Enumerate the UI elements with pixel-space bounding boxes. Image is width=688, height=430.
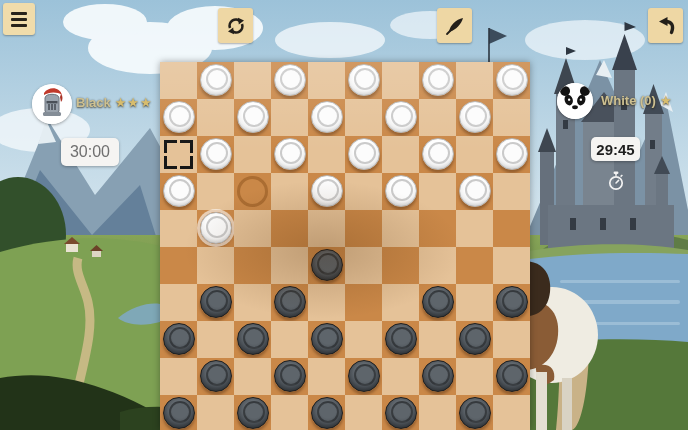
light-square (493, 247, 530, 284)
white-piece[interactable] (311, 101, 343, 133)
black-piece[interactable] (274, 360, 306, 392)
light-square (308, 62, 345, 99)
dark-square[interactable] (493, 62, 530, 99)
white-piece[interactable] (385, 101, 417, 133)
dark-square[interactable] (271, 284, 308, 321)
stopwatch-icon (607, 171, 625, 191)
dark-square[interactable] (234, 247, 271, 284)
light-square (493, 173, 530, 210)
white-piece[interactable] (163, 101, 195, 133)
dark-square[interactable] (382, 395, 419, 430)
dark-square[interactable] (456, 321, 493, 358)
undo-button[interactable] (648, 8, 683, 43)
panda-icon (557, 83, 593, 119)
dark-square[interactable] (419, 284, 456, 321)
dark-square[interactable] (345, 284, 382, 321)
dark-square[interactable] (345, 136, 382, 173)
light-square (234, 62, 271, 99)
light-square (160, 136, 197, 173)
black-piece[interactable] (163, 397, 195, 429)
swap-sides-button[interactable] (218, 8, 253, 43)
light-square (382, 284, 419, 321)
light-square (197, 247, 234, 284)
white-player-name: White (0) (601, 93, 656, 108)
black-piece[interactable] (422, 286, 454, 318)
black-piece[interactable] (385, 397, 417, 429)
white-player-avatar[interactable] (557, 83, 593, 119)
white-piece[interactable] (200, 138, 232, 170)
dark-square[interactable] (382, 173, 419, 210)
white-piece[interactable] (348, 138, 380, 170)
menu-button[interactable] (3, 3, 35, 35)
dark-square[interactable] (419, 358, 456, 395)
checkers-board (160, 62, 530, 430)
light-square (382, 62, 419, 99)
knight-helmet-icon (32, 84, 72, 124)
dark-square[interactable] (382, 247, 419, 284)
black-player-name: Black (76, 95, 111, 110)
dark-square[interactable] (308, 247, 345, 284)
light-square (456, 62, 493, 99)
black-player-stars: ★★★ (115, 95, 153, 110)
light-square (493, 99, 530, 136)
light-square (345, 321, 382, 358)
light-square (456, 358, 493, 395)
light-square (456, 136, 493, 173)
dark-square[interactable] (197, 210, 234, 247)
light-square (419, 321, 456, 358)
light-square (234, 284, 271, 321)
white-piece[interactable] (422, 138, 454, 170)
dark-square[interactable] (160, 321, 197, 358)
light-square (456, 284, 493, 321)
light-square (271, 321, 308, 358)
white-piece[interactable] (496, 138, 528, 170)
white-player-label: White (0)★ (601, 93, 673, 108)
light-square (271, 99, 308, 136)
light-square (308, 210, 345, 247)
light-square (419, 395, 456, 430)
black-piece[interactable] (200, 286, 232, 318)
black-player-label: Black★★★ (76, 95, 153, 110)
dark-square[interactable] (345, 358, 382, 395)
white-piece[interactable] (385, 175, 417, 207)
white-piece-selected[interactable] (200, 212, 232, 244)
light-square (234, 136, 271, 173)
light-square (197, 173, 234, 210)
feather-icon (444, 15, 466, 37)
light-square (160, 358, 197, 395)
dark-square[interactable] (271, 210, 308, 247)
light-square (234, 210, 271, 247)
light-square (197, 395, 234, 430)
white-piece[interactable] (422, 64, 454, 96)
light-square (197, 99, 234, 136)
last-move-origin-marker (237, 176, 268, 207)
light-square (271, 247, 308, 284)
light-square (456, 210, 493, 247)
dark-square[interactable] (271, 62, 308, 99)
hamburger-icon (11, 12, 27, 27)
black-piece[interactable] (274, 286, 306, 318)
dark-square[interactable] (419, 62, 456, 99)
white-player-stars: ★ (660, 93, 673, 108)
black-clock: 30:00 (61, 138, 119, 166)
undo-arrow-icon (654, 14, 678, 38)
dark-square[interactable] (197, 358, 234, 395)
dark-square[interactable] (234, 321, 271, 358)
light-square (160, 62, 197, 99)
black-piece[interactable] (311, 397, 343, 429)
white-piece[interactable] (459, 175, 491, 207)
selection-bracket-marker (164, 140, 193, 169)
sync-icon (225, 15, 247, 37)
white-piece[interactable] (237, 101, 269, 133)
dark-square[interactable] (345, 210, 382, 247)
dark-square[interactable] (160, 247, 197, 284)
dark-square[interactable] (308, 395, 345, 430)
white-clock-time: 29:45 (596, 141, 634, 158)
black-piece[interactable] (385, 323, 417, 355)
light-square (345, 173, 382, 210)
white-piece[interactable] (274, 64, 306, 96)
light-square (345, 395, 382, 430)
dark-square[interactable] (197, 136, 234, 173)
black-clock-time: 30:00 (70, 143, 110, 161)
black-piece[interactable] (311, 249, 343, 281)
dark-square[interactable] (308, 173, 345, 210)
dark-square[interactable] (234, 395, 271, 430)
black-piece[interactable] (459, 323, 491, 355)
light-square (345, 247, 382, 284)
dark-square[interactable] (160, 173, 197, 210)
light-square (493, 395, 530, 430)
light-square (197, 321, 234, 358)
white-piece[interactable] (496, 64, 528, 96)
light-square (234, 358, 271, 395)
light-square (160, 284, 197, 321)
board-grid (160, 62, 530, 430)
black-piece[interactable] (422, 360, 454, 392)
light-square (382, 210, 419, 247)
light-square (345, 99, 382, 136)
light-square (308, 136, 345, 173)
dark-square[interactable] (382, 321, 419, 358)
dark-square[interactable] (197, 284, 234, 321)
dark-square[interactable] (271, 358, 308, 395)
dark-square[interactable] (308, 99, 345, 136)
light-square (271, 173, 308, 210)
dark-square[interactable] (197, 62, 234, 99)
dark-square[interactable] (456, 173, 493, 210)
light-square (382, 136, 419, 173)
white-piece[interactable] (163, 175, 195, 207)
light-square (382, 358, 419, 395)
dark-square[interactable] (160, 395, 197, 430)
light-square (419, 247, 456, 284)
black-piece[interactable] (163, 323, 195, 355)
light-square (419, 99, 456, 136)
black-piece[interactable] (200, 360, 232, 392)
dark-square[interactable] (419, 210, 456, 247)
dark-square[interactable] (493, 136, 530, 173)
dark-square[interactable] (234, 173, 271, 210)
black-player-avatar[interactable] (32, 84, 72, 124)
black-piece[interactable] (459, 397, 491, 429)
dark-square[interactable] (456, 247, 493, 284)
light-square (308, 358, 345, 395)
feather-edit-button[interactable] (437, 8, 472, 43)
light-square (493, 321, 530, 358)
black-piece[interactable] (496, 286, 528, 318)
dark-square[interactable] (493, 284, 530, 321)
dark-square[interactable] (234, 99, 271, 136)
black-piece[interactable] (237, 397, 269, 429)
white-piece[interactable] (459, 101, 491, 133)
white-piece[interactable] (311, 175, 343, 207)
dark-square[interactable] (493, 210, 530, 247)
white-piece[interactable] (348, 64, 380, 96)
black-piece[interactable] (311, 323, 343, 355)
dark-square[interactable] (456, 99, 493, 136)
black-piece[interactable] (237, 323, 269, 355)
dark-square[interactable] (160, 99, 197, 136)
dark-square[interactable] (456, 395, 493, 430)
dark-square[interactable] (419, 136, 456, 173)
dark-square[interactable] (308, 321, 345, 358)
white-piece[interactable] (200, 64, 232, 96)
black-piece[interactable] (496, 360, 528, 392)
light-square (419, 173, 456, 210)
light-square (308, 284, 345, 321)
light-square (160, 210, 197, 247)
dark-square[interactable] (271, 136, 308, 173)
light-square (271, 395, 308, 430)
black-piece[interactable] (348, 360, 380, 392)
dark-square[interactable] (493, 358, 530, 395)
white-clock: 29:45 (591, 137, 640, 161)
dark-square[interactable] (345, 62, 382, 99)
dark-square[interactable] (382, 99, 419, 136)
white-piece[interactable] (274, 138, 306, 170)
